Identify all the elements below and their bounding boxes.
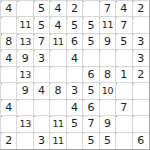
given-clue-cell: 7 bbox=[100, 1, 116, 17]
given-clue-cell: 13 bbox=[17, 116, 33, 132]
given-clue-cell: 7 bbox=[116, 17, 132, 33]
empty-cell[interactable] bbox=[67, 133, 83, 149]
given-clue-cell: 6 bbox=[67, 34, 83, 50]
given-clue-cell: 2 bbox=[67, 1, 83, 17]
given-clue-cell: 6 bbox=[83, 67, 99, 83]
given-clue-cell: 4 bbox=[50, 17, 66, 33]
given-clue-cell: 6 bbox=[133, 133, 149, 149]
empty-cell[interactable] bbox=[116, 133, 132, 149]
fillomino-board: 4542742115455117813711659534934313681294… bbox=[0, 0, 150, 150]
given-clue-cell: 2 bbox=[133, 1, 149, 17]
given-clue-cell: 6 bbox=[83, 100, 99, 116]
given-clue-cell: 4 bbox=[67, 100, 83, 116]
given-clue-cell: 4 bbox=[67, 50, 83, 66]
empty-cell[interactable] bbox=[17, 133, 33, 149]
empty-cell[interactable] bbox=[34, 116, 50, 132]
given-clue-cell: 4 bbox=[1, 1, 17, 17]
given-clue-cell: 8 bbox=[50, 83, 66, 99]
puzzle-page: 4542742115455117813711659534934313681294… bbox=[0, 0, 150, 150]
given-clue-cell: 4 bbox=[50, 1, 66, 17]
empty-cell[interactable] bbox=[83, 50, 99, 66]
given-clue-cell: 4 bbox=[34, 83, 50, 99]
empty-cell[interactable] bbox=[50, 67, 66, 83]
empty-cell[interactable] bbox=[34, 100, 50, 116]
given-clue-cell: 3 bbox=[67, 83, 83, 99]
given-clue-cell: 5 bbox=[116, 34, 132, 50]
empty-cell[interactable] bbox=[34, 67, 50, 83]
given-clue-cell: 9 bbox=[17, 50, 33, 66]
empty-cell[interactable] bbox=[17, 100, 33, 116]
given-clue-cell: 7 bbox=[83, 116, 99, 132]
given-clue-cell: 13 bbox=[17, 34, 33, 50]
given-clue-cell: 4 bbox=[1, 100, 17, 116]
empty-cell[interactable] bbox=[1, 17, 17, 33]
given-clue-cell: 4 bbox=[116, 1, 132, 17]
given-clue-cell: 5 bbox=[83, 133, 99, 149]
given-clue-cell: 3 bbox=[133, 50, 149, 66]
given-clue-cell: 4 bbox=[1, 50, 17, 66]
empty-cell[interactable] bbox=[50, 50, 66, 66]
given-clue-cell: 11 bbox=[50, 34, 66, 50]
empty-cell[interactable] bbox=[133, 83, 149, 99]
given-clue-cell: 5 bbox=[83, 83, 99, 99]
given-clue-cell: 9 bbox=[100, 116, 116, 132]
given-clue-cell: 11 bbox=[50, 133, 66, 149]
given-clue-cell: 10 bbox=[100, 83, 116, 99]
empty-cell[interactable] bbox=[1, 67, 17, 83]
empty-cell[interactable] bbox=[50, 100, 66, 116]
given-clue-cell: 7 bbox=[34, 34, 50, 50]
given-clue-cell: 5 bbox=[100, 133, 116, 149]
empty-cell[interactable] bbox=[100, 100, 116, 116]
given-clue-cell: 9 bbox=[100, 34, 116, 50]
empty-cell[interactable] bbox=[67, 67, 83, 83]
given-clue-cell: 5 bbox=[83, 17, 99, 33]
empty-cell[interactable] bbox=[116, 50, 132, 66]
empty-cell[interactable] bbox=[100, 50, 116, 66]
given-clue-cell: 7 bbox=[116, 100, 132, 116]
empty-cell[interactable] bbox=[1, 83, 17, 99]
given-clue-cell: 5 bbox=[83, 34, 99, 50]
given-clue-cell: 3 bbox=[133, 34, 149, 50]
empty-cell[interactable] bbox=[116, 83, 132, 99]
given-clue-cell: 13 bbox=[17, 67, 33, 83]
given-clue-cell: 5 bbox=[34, 17, 50, 33]
empty-cell[interactable] bbox=[133, 100, 149, 116]
given-clue-cell: 5 bbox=[34, 1, 50, 17]
empty-cell[interactable] bbox=[17, 1, 33, 17]
given-clue-cell: 11 bbox=[100, 17, 116, 33]
given-clue-cell: 2 bbox=[133, 67, 149, 83]
given-clue-cell: 8 bbox=[1, 34, 17, 50]
given-clue-cell: 11 bbox=[17, 17, 33, 33]
given-clue-cell: 11 bbox=[50, 116, 66, 132]
empty-cell[interactable] bbox=[83, 1, 99, 17]
given-clue-cell: 8 bbox=[100, 67, 116, 83]
empty-cell[interactable] bbox=[133, 116, 149, 132]
given-clue-cell: 9 bbox=[17, 83, 33, 99]
empty-cell[interactable] bbox=[133, 17, 149, 33]
given-clue-cell: 5 bbox=[67, 116, 83, 132]
given-clue-cell: 3 bbox=[34, 50, 50, 66]
empty-cell[interactable] bbox=[1, 116, 17, 132]
given-clue-cell: 3 bbox=[34, 133, 50, 149]
given-clue-cell: 2 bbox=[1, 133, 17, 149]
given-clue-cell: 5 bbox=[67, 17, 83, 33]
empty-cell[interactable] bbox=[116, 116, 132, 132]
given-clue-cell: 1 bbox=[116, 67, 132, 83]
